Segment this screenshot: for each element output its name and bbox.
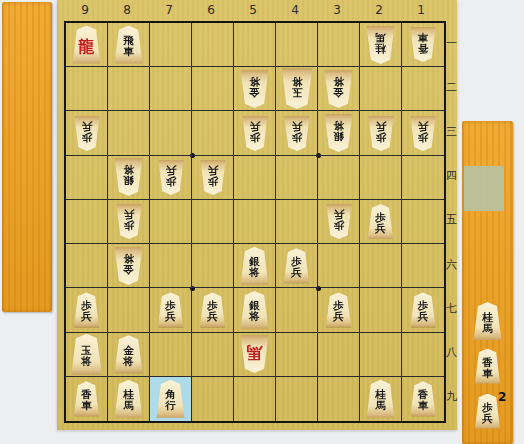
square-9i[interactable]: 香車: [66, 377, 108, 421]
file-label: 2: [358, 1, 400, 19]
piece-歩兵-gote[interactable]: 歩兵: [367, 116, 395, 151]
promoted-piece-馬-gote[interactable]: 馬: [239, 335, 270, 373]
square-8a[interactable]: 飛車: [108, 23, 150, 67]
piece-歩兵-sente[interactable]: 歩兵: [367, 204, 395, 239]
rank-label: 九: [445, 375, 458, 419]
square-4g[interactable]: [276, 288, 318, 332]
square-1d[interactable]: [402, 156, 444, 200]
piece-歩兵-sente[interactable]: 歩兵: [409, 292, 437, 327]
rank-label: 七: [445, 286, 458, 330]
sente-hand-tray[interactable]: 桂馬香車歩兵2: [462, 121, 513, 444]
square-9d[interactable]: [66, 156, 108, 200]
shogi-app: 9 8 7 6 5 4 3 2 1 龍飛車桂馬香車金将玉将金将歩兵歩兵歩兵銀将歩…: [0, 0, 524, 444]
square-7i[interactable]: 角行: [150, 377, 192, 421]
square-5i[interactable]: [234, 377, 276, 421]
square-1b[interactable]: [402, 67, 444, 111]
piece-香車-sente[interactable]: 香車: [73, 381, 101, 416]
square-8b[interactable]: [108, 67, 150, 111]
square-5b[interactable]: 金将: [234, 67, 276, 111]
square-8e[interactable]: 歩兵: [108, 200, 150, 244]
square-9f[interactable]: [66, 244, 108, 288]
file-label: 7: [148, 1, 190, 19]
piece-角行-sente[interactable]: 角行: [155, 380, 186, 418]
piece-歩兵-gote[interactable]: 歩兵: [199, 160, 227, 195]
piece-香車-sente[interactable]: 香車: [474, 349, 502, 384]
piece-銀将-sente[interactable]: 銀将: [239, 247, 270, 285]
square-4c[interactable]: 歩兵: [276, 111, 318, 155]
file-label: 9: [64, 1, 106, 19]
square-3e[interactable]: 歩兵: [318, 200, 360, 244]
file-label: 8: [106, 1, 148, 19]
piece-歩兵-sente[interactable]: 歩兵: [157, 292, 185, 327]
square-7h[interactable]: [150, 333, 192, 377]
square-1g[interactable]: 歩兵: [402, 288, 444, 332]
square-8i[interactable]: 桂馬: [108, 377, 150, 421]
square-9g[interactable]: 歩兵: [66, 288, 108, 332]
promoted-piece-龍-sente[interactable]: 龍: [71, 26, 102, 64]
square-5f[interactable]: 銀将: [234, 244, 276, 288]
piece-歩兵-sente[interactable]: 歩兵: [283, 248, 311, 283]
square-5d[interactable]: [234, 156, 276, 200]
square-1i[interactable]: 香車: [402, 377, 444, 421]
file-label: 6: [190, 1, 232, 19]
piece-歩兵-gote[interactable]: 歩兵: [325, 204, 353, 239]
piece-歩兵-gote[interactable]: 歩兵: [241, 116, 269, 151]
rank-label: 二: [445, 65, 458, 109]
square-8f[interactable]: 金将: [108, 244, 150, 288]
square-8c[interactable]: [108, 111, 150, 155]
file-label: 4: [274, 1, 316, 19]
square-9b[interactable]: [66, 67, 108, 111]
square-6e[interactable]: [192, 200, 234, 244]
file-labels: 9 8 7 6 5 4 3 2 1: [64, 1, 442, 19]
square-6b[interactable]: [192, 67, 234, 111]
square-6i[interactable]: [192, 377, 234, 421]
square-5c[interactable]: 歩兵: [234, 111, 276, 155]
piece-金将-gote[interactable]: 金将: [323, 70, 354, 108]
square-8g[interactable]: [108, 288, 150, 332]
square-3i[interactable]: [318, 377, 360, 421]
square-6f[interactable]: [192, 244, 234, 288]
piece-歩兵-sente[interactable]: 歩兵: [73, 292, 101, 327]
square-2g[interactable]: [360, 288, 402, 332]
square-9h[interactable]: 玉将: [66, 333, 108, 377]
square-2h[interactable]: [360, 333, 402, 377]
piece-桂馬-sente[interactable]: 桂馬: [472, 302, 503, 340]
square-3g[interactable]: 歩兵: [318, 288, 360, 332]
gote-hand-tray[interactable]: [2, 2, 52, 312]
square-7g[interactable]: 歩兵: [150, 288, 192, 332]
square-3h[interactable]: [318, 333, 360, 377]
piece-桂馬-sente[interactable]: 桂馬: [113, 380, 144, 418]
square-4f[interactable]: 歩兵: [276, 244, 318, 288]
square-1f[interactable]: [402, 244, 444, 288]
square-3c[interactable]: 銀将: [318, 111, 360, 155]
rank-label: 一: [445, 21, 458, 65]
square-7f[interactable]: [150, 244, 192, 288]
square-1c[interactable]: 歩兵: [402, 111, 444, 155]
square-1a[interactable]: 香車: [402, 23, 444, 67]
square-4d[interactable]: [276, 156, 318, 200]
square-7a[interactable]: [150, 23, 192, 67]
square-2c[interactable]: 歩兵: [360, 111, 402, 155]
square-7d[interactable]: 歩兵: [150, 156, 192, 200]
square-4e[interactable]: [276, 200, 318, 244]
square-7c[interactable]: [150, 111, 192, 155]
square-5a[interactable]: [234, 23, 276, 67]
square-1e[interactable]: [402, 200, 444, 244]
square-1h[interactable]: [402, 333, 444, 377]
shogi-board: 9 8 7 6 5 4 3 2 1 龍飛車桂馬香車金将玉将金将歩兵歩兵歩兵銀将歩…: [57, 0, 457, 430]
square-6g[interactable]: 歩兵: [192, 288, 234, 332]
file-label: 1: [400, 1, 442, 19]
square-6h[interactable]: [192, 333, 234, 377]
square-9a[interactable]: 龍: [66, 23, 108, 67]
rank-label: 四: [445, 154, 458, 198]
file-label: 5: [232, 1, 274, 19]
square-8h[interactable]: 金将: [108, 333, 150, 377]
piece-銀将-gote[interactable]: 銀将: [323, 114, 354, 152]
rank-label: 八: [445, 331, 458, 375]
square-6c[interactable]: [192, 111, 234, 155]
square-5g[interactable]: 銀将: [234, 288, 276, 332]
square-4b[interactable]: 玉将: [276, 67, 318, 111]
square-6d[interactable]: 歩兵: [192, 156, 234, 200]
piece-銀将-sente[interactable]: 銀将: [239, 291, 270, 329]
piece-歩兵-gote[interactable]: 歩兵: [115, 204, 143, 239]
piece-玉将-gote[interactable]: 玉将: [280, 68, 314, 109]
square-6a[interactable]: [192, 23, 234, 67]
square-2f[interactable]: [360, 244, 402, 288]
rank-label: 三: [445, 109, 458, 153]
piece-銀将-gote[interactable]: 銀将: [113, 158, 144, 196]
square-3a[interactable]: [318, 23, 360, 67]
square-3b[interactable]: 金将: [318, 67, 360, 111]
piece-飛車-sente[interactable]: 飛車: [113, 26, 144, 64]
piece-歩兵-gote[interactable]: 歩兵: [409, 116, 437, 151]
square-5h[interactable]: 馬: [234, 333, 276, 377]
square-9e[interactable]: [66, 200, 108, 244]
square-5e[interactable]: [234, 200, 276, 244]
piece-歩兵-gote[interactable]: 歩兵: [283, 116, 311, 151]
rank-labels: 一 二 三 四 五 六 七 八 九: [445, 21, 458, 419]
square-4i[interactable]: [276, 377, 318, 421]
piece-金将-sente[interactable]: 金将: [113, 335, 144, 373]
piece-香車-sente[interactable]: 香車: [409, 381, 437, 416]
hand-piece-count: 2: [498, 390, 506, 404]
rank-label: 六: [445, 242, 458, 286]
piece-歩兵-sente[interactable]: 歩兵: [325, 292, 353, 327]
square-4a[interactable]: [276, 23, 318, 67]
square-2d[interactable]: [360, 156, 402, 200]
rank-label: 五: [445, 198, 458, 242]
piece-金将-gote[interactable]: 金将: [113, 247, 144, 285]
square-7b[interactable]: [150, 67, 192, 111]
square-3f[interactable]: [318, 244, 360, 288]
square-2b[interactable]: [360, 67, 402, 111]
piece-歩兵-gote[interactable]: 歩兵: [73, 116, 101, 151]
piece-桂馬-gote[interactable]: 桂馬: [365, 26, 396, 64]
hand-slot-highlight: [464, 166, 504, 211]
piece-香車-gote[interactable]: 香車: [409, 27, 437, 62]
square-3d[interactable]: [318, 156, 360, 200]
piece-歩兵-gote[interactable]: 歩兵: [157, 160, 185, 195]
square-2a[interactable]: 桂馬: [360, 23, 402, 67]
piece-歩兵-sente[interactable]: 歩兵: [199, 292, 227, 327]
square-2e[interactable]: 歩兵: [360, 200, 402, 244]
square-8d[interactable]: 銀将: [108, 156, 150, 200]
square-7e[interactable]: [150, 200, 192, 244]
square-9c[interactable]: 歩兵: [66, 111, 108, 155]
square-2i[interactable]: 桂馬: [360, 377, 402, 421]
board-grid: 龍飛車桂馬香車金将玉将金将歩兵歩兵歩兵銀将歩兵歩兵銀将歩兵歩兵歩兵歩兵歩兵金将銀…: [64, 21, 446, 423]
piece-桂馬-sente[interactable]: 桂馬: [365, 380, 396, 418]
square-4h[interactable]: [276, 333, 318, 377]
file-label: 3: [316, 1, 358, 19]
piece-玉将-sente[interactable]: 玉将: [70, 334, 104, 375]
piece-金将-gote[interactable]: 金将: [239, 70, 270, 108]
